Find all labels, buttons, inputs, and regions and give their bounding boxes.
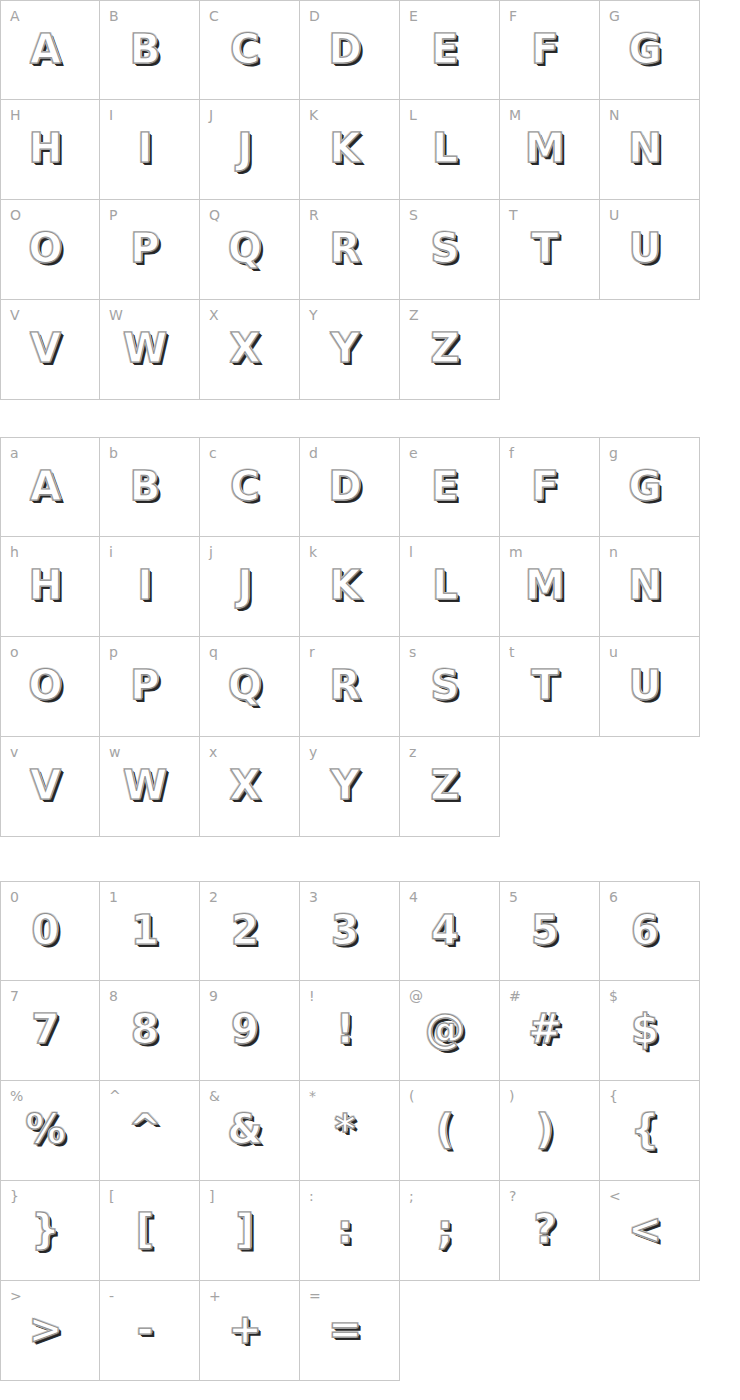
glyph-cell: %% [0,1081,100,1181]
character-glyph: H [1,556,99,614]
character-glyph: 5 [500,901,599,959]
character-glyph: L [400,556,499,614]
character-map: AABBCCDDEEFFGGHHIIJJKKLLMMNNOOPPQQRRSSTT… [0,0,740,1381]
glyph-cell: xX [200,737,300,837]
character-glyph: 7 [1,1000,99,1058]
glyph-cell: 88 [100,981,200,1081]
character-glyph: + [200,1300,299,1358]
character-glyph: K [300,556,399,614]
character-glyph: S [400,656,499,714]
glyph-cell: aA [0,437,100,537]
glyph-cell: }} [0,1181,100,1281]
glyph-cell: eE [400,437,500,537]
glyph-cell: MM [500,100,600,200]
character-glyph: S [400,219,499,277]
glyph-cell: {{ [600,1081,700,1181]
glyph-cell: TT [500,200,600,300]
glyph-cell: XX [200,300,300,400]
charmap-row: 00112233445566 [0,881,700,981]
charmap-block-uppercase: AABBCCDDEEFFGGHHIIJJKKLLMMNNOOPPQQRRSSTT… [0,0,700,400]
glyph-cell: (( [400,1081,500,1181]
character-glyph: [ [100,1200,199,1258]
glyph-cell: LL [400,100,500,200]
character-glyph: ; [400,1200,499,1258]
glyph-cell: NN [600,100,700,200]
character-glyph: } [1,1200,99,1258]
character-glyph: V [1,756,99,814]
glyph-cell: hH [0,537,100,637]
glyph-cell: && [200,1081,300,1181]
glyph-cell: ;; [400,1181,500,1281]
glyph-cell: 00 [0,881,100,981]
character-glyph: B [100,20,199,78]
character-glyph: & [200,1100,299,1158]
character-glyph: T [500,219,599,277]
character-glyph: { [600,1100,699,1158]
glyph-cell: 44 [400,881,500,981]
character-glyph: Z [400,319,499,377]
character-glyph: ] [200,1200,299,1258]
glyph-cell: oO [0,637,100,737]
character-glyph: N [600,556,699,614]
character-glyph: J [200,556,299,614]
charmap-row: aAbBcCdDeEfFgG [0,437,700,537]
glyph-cell: ?? [500,1181,600,1281]
glyph-cell: ^^ [100,1081,200,1181]
character-glyph: E [400,20,499,78]
glyph-cell: :: [300,1181,400,1281]
glyph-cell: pP [100,637,200,737]
glyph-cell: RR [300,200,400,300]
charmap-row: }}[[]]::;;??<< [0,1181,700,1281]
glyph-cell: ## [500,981,600,1081]
glyph-cell: WW [100,300,200,400]
character-glyph: M [500,119,599,177]
character-glyph: Y [300,319,399,377]
character-glyph: 0 [1,901,99,959]
glyph-cell: dD [300,437,400,537]
glyph-cell: $$ [600,981,700,1081]
glyph-cell: BB [100,0,200,100]
charmap-block-lowercase: aAbBcCdDeEfFgGhHiIjJkKlLmMnNoOpPqQrRsStT… [0,437,700,837]
character-glyph: L [400,119,499,177]
character-glyph: Q [200,219,299,277]
glyph-cell: @@ [400,981,500,1081]
glyph-cell: uU [600,637,700,737]
glyph-cell: ** [300,1081,400,1181]
character-glyph: K [300,119,399,177]
charmap-row: VVWWXXYYZZ [0,300,700,400]
character-glyph: G [600,20,699,78]
character-glyph: 8 [100,1000,199,1058]
glyph-cell: [[ [100,1181,200,1281]
character-glyph: : [300,1200,399,1258]
glyph-cell: CC [200,0,300,100]
glyph-cell: sS [400,637,500,737]
character-glyph: R [300,219,399,277]
character-glyph: ( [400,1100,499,1158]
glyph-cell: EE [400,0,500,100]
character-glyph: X [200,319,299,377]
glyph-cell: rR [300,637,400,737]
glyph-cell: qQ [200,637,300,737]
character-glyph: O [1,656,99,714]
character-glyph: ) [500,1100,599,1158]
glyph-cell: << [600,1181,700,1281]
character-glyph: A [1,20,99,78]
glyph-cell: PP [100,200,200,300]
character-glyph: 4 [400,901,499,959]
character-glyph: U [600,656,699,714]
glyph-cell: QQ [200,200,300,300]
charmap-row: oOpPqQrRsStTuU [0,637,700,737]
glyph-cell: 99 [200,981,300,1081]
glyph-cell: cC [200,437,300,537]
charmap-row: >>--++== [0,1281,700,1381]
glyph-cell: ZZ [400,300,500,400]
charmap-row: AABBCCDDEEFFGG [0,0,700,100]
character-glyph: > [1,1300,99,1358]
character-glyph: $ [600,1000,699,1058]
character-glyph: U [600,219,699,277]
character-glyph: V [1,319,99,377]
character-glyph: C [200,20,299,78]
charmap-row: hHiIjJkKlLmMnN [0,537,700,637]
charmap-row: 778899!!@@##$$ [0,981,700,1081]
glyph-cell: ]] [200,1181,300,1281]
character-glyph: 3 [300,901,399,959]
glyph-cell: 66 [600,881,700,981]
character-glyph: D [300,20,399,78]
glyph-cell: zZ [400,737,500,837]
glyph-cell: 22 [200,881,300,981]
character-glyph: P [100,219,199,277]
glyph-cell: GG [600,0,700,100]
character-glyph: B [100,457,199,515]
glyph-cell: HH [0,100,100,200]
glyph-cell: ++ [200,1281,300,1381]
character-glyph: J [200,119,299,177]
glyph-cell: tT [500,637,600,737]
character-glyph: ^ [100,1100,199,1158]
character-glyph: O [1,219,99,277]
glyph-cell: nN [600,537,700,637]
glyph-cell: 33 [300,881,400,981]
character-glyph: F [500,457,599,515]
character-glyph: M [500,556,599,614]
character-glyph: 2 [200,901,299,959]
glyph-cell: 11 [100,881,200,981]
glyph-cell: JJ [200,100,300,200]
glyph-cell: 55 [500,881,600,981]
character-glyph: * [300,1100,399,1158]
glyph-cell: jJ [200,537,300,637]
glyph-cell: SS [400,200,500,300]
character-glyph: D [300,457,399,515]
character-glyph: A [1,457,99,515]
glyph-cell: YY [300,300,400,400]
glyph-cell: KK [300,100,400,200]
glyph-cell: VV [0,300,100,400]
character-glyph: Z [400,756,499,814]
character-glyph: N [600,119,699,177]
character-glyph: 9 [200,1000,299,1058]
glyph-cell: -- [100,1281,200,1381]
character-glyph: < [600,1200,699,1258]
glyph-cell: 77 [0,981,100,1081]
glyph-cell: == [300,1281,400,1381]
character-glyph: W [100,756,199,814]
glyph-cell: wW [100,737,200,837]
character-glyph: G [600,457,699,515]
glyph-cell: >> [0,1281,100,1381]
character-glyph: ? [500,1200,599,1258]
glyph-cell: OO [0,200,100,300]
character-glyph: W [100,319,199,377]
glyph-cell: AA [0,0,100,100]
glyph-cell: !! [300,981,400,1081]
glyph-cell: mM [500,537,600,637]
charmap-row: OOPPQQRRSSTTUU [0,200,700,300]
character-glyph: = [300,1300,399,1358]
character-glyph: F [500,20,599,78]
character-glyph: H [1,119,99,177]
character-glyph: % [1,1100,99,1158]
glyph-cell: II [100,100,200,200]
character-glyph: X [200,756,299,814]
glyph-cell: DD [300,0,400,100]
character-glyph: R [300,656,399,714]
character-glyph: I [100,556,199,614]
charmap-row: HHIIJJKKLLMMNN [0,100,700,200]
character-glyph: 6 [600,901,699,959]
glyph-cell: lL [400,537,500,637]
glyph-cell: )) [500,1081,600,1181]
character-glyph: P [100,656,199,714]
glyph-cell: UU [600,200,700,300]
glyph-cell: bB [100,437,200,537]
glyph-cell: vV [0,737,100,837]
charmap-block-symbols: 00112233445566778899!!@@##$$%%^^&&**(())… [0,881,700,1381]
character-glyph: Y [300,756,399,814]
glyph-cell: gG [600,437,700,537]
glyph-cell: fF [500,437,600,537]
character-glyph: E [400,457,499,515]
character-glyph: I [100,119,199,177]
glyph-cell: iI [100,537,200,637]
character-glyph: Q [200,656,299,714]
charmap-row: vVwWxXyYzZ [0,737,700,837]
character-glyph: 1 [100,901,199,959]
charmap-row: %%^^&&**(()){{ [0,1081,700,1181]
character-glyph: C [200,457,299,515]
character-glyph: T [500,656,599,714]
character-glyph: @ [400,1000,499,1058]
glyph-cell: FF [500,0,600,100]
character-glyph: ! [300,1000,399,1058]
character-glyph: - [100,1300,199,1358]
character-glyph: # [500,1000,599,1058]
glyph-cell: yY [300,737,400,837]
glyph-cell: kK [300,537,400,637]
